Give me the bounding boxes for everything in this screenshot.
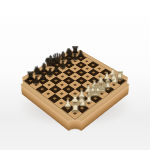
peg-hole <box>79 64 82 66</box>
peg-hole <box>42 71 46 73</box>
peg-hole <box>73 102 77 105</box>
peg-hole <box>36 75 40 77</box>
peg-hole <box>67 79 71 81</box>
peg-hole <box>67 64 70 66</box>
peg-hole <box>79 57 82 59</box>
peg-hole <box>93 97 97 100</box>
peg-hole <box>53 88 57 91</box>
peg-hole <box>105 79 109 81</box>
peg-hole <box>46 92 50 95</box>
peg-hole <box>92 79 96 81</box>
scene: ♜♟♟♜♞♟♟♞♝♟♟♝♛♟♟♛♚♟♟♚♝♟♟♝♞♟♟♞♜♟♟♜ <box>0 0 150 150</box>
peg-hole <box>86 75 90 77</box>
peg-hole <box>106 88 110 91</box>
peg-hole <box>73 53 76 55</box>
peg-hole <box>98 68 102 70</box>
peg-hole <box>85 68 89 70</box>
peg-hole <box>60 92 64 95</box>
peg-hole <box>34 84 38 86</box>
peg-hole <box>91 64 94 66</box>
peg-hole <box>61 60 64 62</box>
peg-hole <box>92 71 96 73</box>
board-grid: ♜♟♟♜♞♟♟♞♝♟♟♝♛♟♟♛♚♟♟♚♝♟♟♝♞♟♟♞♜♟♟♜ <box>24 51 126 119</box>
chess-board: ♜♟♟♜♞♟♟♞♝♟♟♝♛♟♟♛♚♟♟♚♝♟♟♝♞♟♟♞♜♟♟♜ <box>16 47 135 126</box>
peg-hole <box>61 68 65 70</box>
peg-hole <box>80 107 84 110</box>
peg-hole <box>40 88 44 91</box>
peg-hole <box>80 79 84 81</box>
peg-hole <box>48 75 52 77</box>
peg-hole <box>53 97 57 100</box>
peg-hole <box>80 88 84 91</box>
peg-hole <box>67 57 70 59</box>
peg-hole <box>86 92 90 95</box>
peg-hole <box>67 71 71 73</box>
peg-hole <box>41 79 45 81</box>
peg-hole <box>99 84 103 86</box>
photo-backdrop: ♜♟♟♜♞♟♟♞♝♟♟♝♛♟♟♛♚♟♟♚♝♟♟♝♞♟♟♞♜♟♟♜ <box>0 0 150 150</box>
peg-hole <box>73 92 77 95</box>
peg-hole <box>98 75 102 77</box>
peg-hole <box>111 75 115 77</box>
peg-hole <box>29 79 33 81</box>
peg-hole <box>73 75 77 77</box>
peg-hole <box>73 60 76 62</box>
peg-hole <box>80 97 84 100</box>
peg-hole <box>54 79 58 81</box>
peg-hole <box>67 88 71 91</box>
peg-hole <box>118 79 122 81</box>
peg-hole <box>104 71 108 73</box>
peg-hole <box>55 71 59 73</box>
peg-hole <box>87 102 91 105</box>
peg-hole <box>47 84 51 86</box>
peg-hole <box>73 112 77 115</box>
peg-hole <box>100 92 104 95</box>
peg-hole <box>73 68 77 70</box>
peg-hole <box>93 88 97 91</box>
peg-hole <box>112 84 116 86</box>
peg-hole <box>59 102 63 105</box>
peg-hole <box>85 60 88 62</box>
peg-hole <box>66 97 70 100</box>
peg-hole <box>49 68 53 70</box>
peg-hole <box>86 84 90 86</box>
peg-hole <box>55 64 58 66</box>
peg-hole <box>79 71 83 73</box>
peg-hole <box>61 75 65 77</box>
peg-hole <box>66 107 70 110</box>
peg-hole <box>73 84 77 86</box>
peg-hole <box>60 84 64 86</box>
